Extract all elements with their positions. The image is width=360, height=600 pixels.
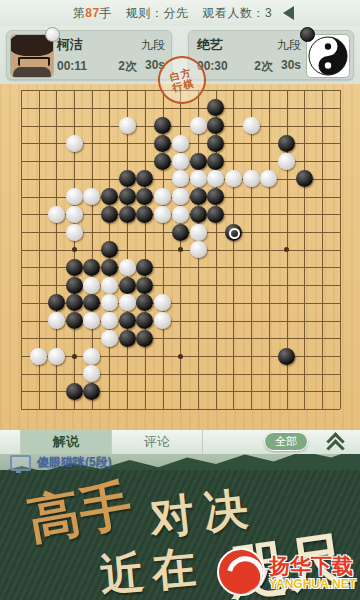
right-player-avatar [306, 34, 350, 78]
grid-line-vertical [233, 90, 234, 409]
stone-black [66, 294, 83, 311]
move-number: 87 [85, 6, 99, 20]
yanghua-logo-icon [217, 548, 265, 596]
stone-black [83, 259, 100, 276]
stone-white [172, 153, 189, 170]
player-card-white: 柯洁 九段 00:11 2次30s [6, 30, 172, 80]
tv-icon [10, 455, 31, 471]
black-stone-icon [300, 27, 315, 42]
yanghua-logo-cn: 扬华下载 [269, 555, 356, 576]
stone-white [172, 170, 189, 187]
grid-line-vertical [304, 90, 305, 409]
stone-white [243, 117, 260, 134]
stone-black [154, 135, 171, 152]
player-card-black: 绝艺 九段 00:30 2次30s [188, 30, 354, 80]
right-player-name: 绝艺 [197, 36, 223, 54]
star-point [72, 354, 77, 359]
promo-banner[interactable]: 高手 对决 近在 咫尺 扬华下载 YANGHUA.NET [0, 470, 360, 600]
stone-black [66, 277, 83, 294]
viewer-comment-text: 傻眼猫咪(5段) [37, 454, 112, 471]
stone-white [66, 224, 83, 241]
stone-white [119, 259, 136, 276]
stone-white [190, 241, 207, 258]
stone-white [172, 135, 189, 152]
stone-black [101, 259, 118, 276]
stone-black [101, 241, 118, 258]
stone-black [119, 330, 136, 347]
yanghua-logo-en: YANGHUA.NET [269, 578, 356, 590]
stone-white [48, 348, 65, 365]
collapse-left-triangle-icon[interactable] [283, 6, 294, 20]
stone-black [101, 206, 118, 223]
grid-line-vertical [322, 90, 323, 409]
tab-commentary[interactable]: 解说 [20, 430, 112, 454]
left-byoyomi-periods: 2次 [118, 58, 137, 75]
stone-black [101, 188, 118, 205]
stone-white [243, 170, 260, 187]
stone-black [190, 153, 207, 170]
stone-black [207, 153, 224, 170]
stone-black [119, 277, 136, 294]
stone-white [119, 294, 136, 311]
white-stone-icon [45, 27, 60, 42]
stone-black [172, 224, 189, 241]
stone-black [207, 135, 224, 152]
stone-white [172, 188, 189, 205]
grid-line-vertical [269, 90, 270, 409]
grid-line-vertical [340, 90, 341, 409]
stone-black [119, 188, 136, 205]
go-board[interactable] [0, 84, 360, 430]
viewer-comment-row[interactable]: 傻眼猫咪(5段) [10, 454, 112, 471]
banner-calligraphy-3: 近在 [98, 538, 207, 600]
stone-white [101, 277, 118, 294]
stone-white [154, 206, 171, 223]
grid-line-horizontal [21, 374, 340, 375]
stone-black [190, 206, 207, 223]
stone-white [119, 117, 136, 134]
left-player-clock: 00:11 [57, 59, 87, 73]
stone-black [66, 259, 83, 276]
stone-white [66, 188, 83, 205]
bottom-tab-bar: 解说 评论 全部 [0, 430, 360, 454]
viewers-label: 观看人数：3 [203, 5, 273, 22]
double-chevron-up-icon[interactable] [326, 433, 344, 451]
stone-black [119, 206, 136, 223]
stone-white [278, 153, 295, 170]
stone-black [190, 188, 207, 205]
stone-black [83, 383, 100, 400]
avatar-shoulders [13, 67, 51, 78]
left-player-rank: 九段 [141, 37, 165, 54]
right-byoyomi-seconds: 30s [281, 58, 301, 75]
avatar-glasses [18, 57, 50, 66]
stone-white [48, 206, 65, 223]
stone-white [48, 312, 65, 329]
stone-white [66, 135, 83, 152]
stone-black [66, 312, 83, 329]
move-counter: 第87手 [73, 5, 112, 22]
top-status-bar: 第87手 规则：分先 观看人数：3 [0, 0, 360, 26]
stone-black-last-move [225, 224, 242, 241]
stone-white [101, 312, 118, 329]
stone-black [119, 170, 136, 187]
stone-black [296, 170, 313, 187]
grid-line-horizontal [21, 409, 340, 410]
yanghua-watermark: 扬华下载 YANGHUA.NET [217, 548, 356, 596]
stone-black [207, 206, 224, 223]
right-player-rank: 九段 [277, 37, 301, 54]
stone-black [119, 312, 136, 329]
star-point [178, 247, 183, 252]
stone-white [66, 206, 83, 223]
star-point [72, 247, 77, 252]
stone-white [30, 348, 47, 365]
stone-white [190, 117, 207, 134]
stone-black [66, 383, 83, 400]
grid-line-horizontal [21, 338, 340, 339]
stone-white [83, 348, 100, 365]
stone-white [190, 224, 207, 241]
yin-yang-icon [307, 35, 349, 77]
stone-black [136, 330, 153, 347]
grid-line-vertical [251, 90, 252, 409]
stone-white [172, 206, 189, 223]
left-player-name: 柯洁 [57, 36, 83, 54]
go-app-screen: 第87手 规则：分先 观看人数：3 柯洁 九段 00:11 2次30s 白方 [0, 0, 360, 600]
rules-label: 规则：分先 [126, 5, 189, 22]
all-filter-button[interactable]: 全部 [264, 432, 308, 451]
stone-black [136, 206, 153, 223]
stone-white [190, 170, 207, 187]
star-point [178, 354, 183, 359]
players-strip: 柯洁 九段 00:11 2次30s 白方行棋 绝艺 [0, 26, 360, 84]
right-byoyomi-periods: 2次 [254, 58, 273, 75]
stone-black [278, 348, 295, 365]
stone-white [101, 330, 118, 347]
stone-white [154, 188, 171, 205]
tab-comments[interactable]: 评论 [112, 430, 203, 454]
stone-black [48, 294, 65, 311]
stone-black [278, 135, 295, 152]
stone-black [154, 153, 171, 170]
stone-black [136, 277, 153, 294]
stone-white [83, 277, 100, 294]
